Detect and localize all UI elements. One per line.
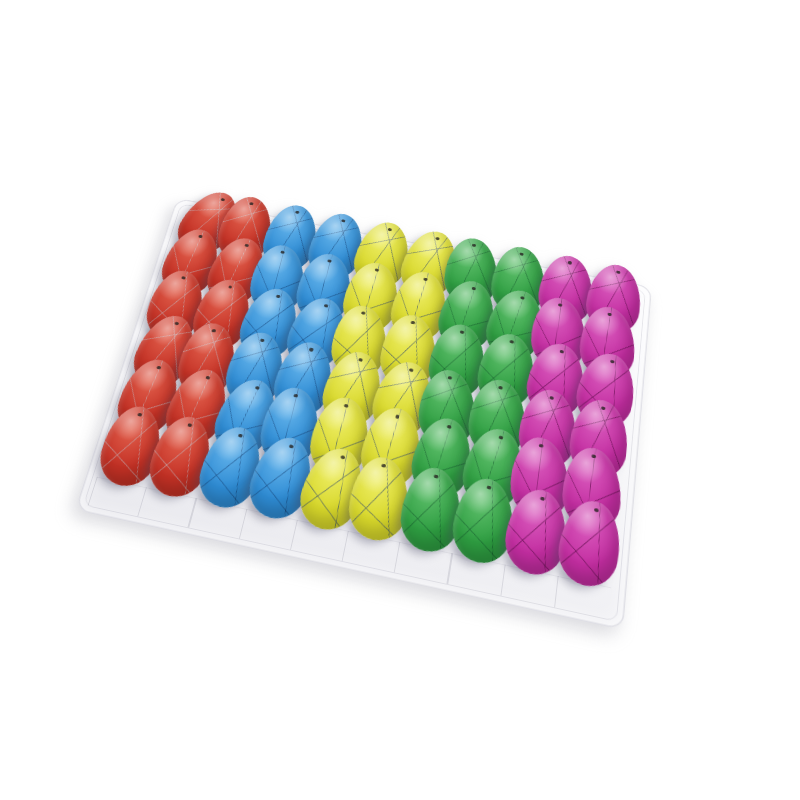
egg-tray [75, 198, 652, 630]
tray-pocket [348, 478, 409, 542]
tray-pocket [400, 489, 461, 553]
product-photo-scene [0, 0, 800, 800]
tray-pocket [558, 521, 617, 587]
tray-pocket [452, 499, 512, 564]
tray-pocket [504, 510, 563, 576]
